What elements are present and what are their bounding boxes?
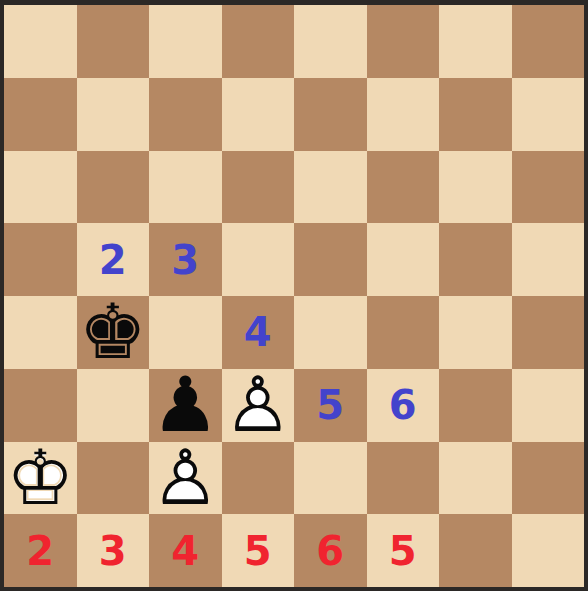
square-e3[interactable]: 5 — [294, 369, 367, 442]
annotation-b1: 3 — [77, 514, 150, 587]
square-e4[interactable] — [294, 296, 367, 369]
square-b2[interactable] — [77, 442, 150, 515]
square-f3[interactable]: 6 — [367, 369, 440, 442]
square-h8[interactable] — [512, 5, 585, 78]
square-f7[interactable] — [367, 78, 440, 151]
black-king[interactable]: ♚ — [77, 296, 150, 369]
square-e1[interactable]: 6 — [294, 514, 367, 587]
square-f1[interactable]: 5 — [367, 514, 440, 587]
square-e8[interactable] — [294, 5, 367, 78]
square-f6[interactable] — [367, 151, 440, 224]
annotation-c1: 4 — [149, 514, 222, 587]
square-b5[interactable]: 2 — [77, 223, 150, 296]
square-c7[interactable] — [149, 78, 222, 151]
square-a8[interactable] — [4, 5, 77, 78]
square-h6[interactable] — [512, 151, 585, 224]
square-b4[interactable]: ♚ — [77, 296, 150, 369]
square-d6[interactable] — [222, 151, 295, 224]
square-c2[interactable]: ♟♙ — [149, 442, 222, 515]
square-a3[interactable] — [4, 369, 77, 442]
square-f4[interactable] — [367, 296, 440, 369]
white-king[interactable]: ♚♔ — [4, 442, 77, 515]
square-b7[interactable] — [77, 78, 150, 151]
square-f5[interactable] — [367, 223, 440, 296]
square-b3[interactable] — [77, 369, 150, 442]
square-h7[interactable] — [512, 78, 585, 151]
square-g5[interactable] — [439, 223, 512, 296]
square-a5[interactable] — [4, 223, 77, 296]
board-frame: 23♚4♟♟♙56♚♔♟♙234565 — [0, 0, 588, 591]
square-b6[interactable] — [77, 151, 150, 224]
square-g6[interactable] — [439, 151, 512, 224]
white-pawn[interactable]: ♟♙ — [149, 442, 222, 515]
piece-outline: ♙ — [151, 440, 219, 516]
piece-outline: ♙ — [224, 367, 292, 443]
black-pawn[interactable]: ♟ — [149, 369, 222, 442]
square-a1[interactable]: 2 — [4, 514, 77, 587]
square-g4[interactable] — [439, 296, 512, 369]
annotation-e1: 6 — [294, 514, 367, 587]
square-d1[interactable]: 5 — [222, 514, 295, 587]
square-a4[interactable] — [4, 296, 77, 369]
square-f2[interactable] — [367, 442, 440, 515]
square-a7[interactable] — [4, 78, 77, 151]
annotation-a1: 2 — [4, 514, 77, 587]
white-pawn[interactable]: ♟♙ — [222, 369, 295, 442]
square-e2[interactable] — [294, 442, 367, 515]
square-c8[interactable] — [149, 5, 222, 78]
square-e7[interactable] — [294, 78, 367, 151]
square-c1[interactable]: 4 — [149, 514, 222, 587]
piece-outline: ♔ — [6, 440, 74, 516]
square-h4[interactable] — [512, 296, 585, 369]
square-h2[interactable] — [512, 442, 585, 515]
square-d2[interactable] — [222, 442, 295, 515]
square-h3[interactable] — [512, 369, 585, 442]
square-c6[interactable] — [149, 151, 222, 224]
square-d7[interactable] — [222, 78, 295, 151]
square-d4[interactable]: 4 — [222, 296, 295, 369]
square-a2[interactable]: ♚♔ — [4, 442, 77, 515]
square-e6[interactable] — [294, 151, 367, 224]
square-g3[interactable] — [439, 369, 512, 442]
square-e5[interactable] — [294, 223, 367, 296]
annotation-f1: 5 — [367, 514, 440, 587]
square-b8[interactable] — [77, 5, 150, 78]
square-a6[interactable] — [4, 151, 77, 224]
square-g8[interactable] — [439, 5, 512, 78]
annotation-c5: 3 — [149, 223, 222, 296]
square-h5[interactable] — [512, 223, 585, 296]
square-b1[interactable]: 3 — [77, 514, 150, 587]
annotation-b5: 2 — [77, 223, 150, 296]
square-c5[interactable]: 3 — [149, 223, 222, 296]
square-c3[interactable]: ♟ — [149, 369, 222, 442]
square-g7[interactable] — [439, 78, 512, 151]
square-h1[interactable] — [512, 514, 585, 587]
chess-board: 23♚4♟♟♙56♚♔♟♙234565 — [4, 5, 584, 587]
square-d8[interactable] — [222, 5, 295, 78]
square-f8[interactable] — [367, 5, 440, 78]
annotation-e3: 5 — [294, 369, 367, 442]
annotation-f3: 6 — [367, 369, 440, 442]
square-c4[interactable] — [149, 296, 222, 369]
square-d3[interactable]: ♟♙ — [222, 369, 295, 442]
annotation-d1: 5 — [222, 514, 295, 587]
annotation-d4: 4 — [222, 296, 295, 369]
square-g1[interactable] — [439, 514, 512, 587]
square-d5[interactable] — [222, 223, 295, 296]
square-g2[interactable] — [439, 442, 512, 515]
